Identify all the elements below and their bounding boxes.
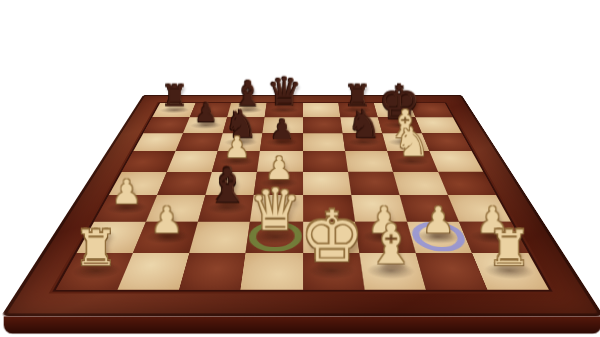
square-c1[interactable] (179, 253, 246, 290)
white-rook-a1[interactable]: ♜ (49, 224, 141, 273)
white-bishop-f1[interactable]: ♝ (345, 218, 437, 273)
square-g5[interactable]: ♞ (387, 151, 438, 171)
chess-game-scene: ♜♝♛♜♟♚♞♟♞♝♟♞♟♟♝♟♛♟♟♟♜♚♝♜ (0, 0, 600, 337)
board-front-edge (4, 316, 600, 333)
square-b2[interactable]: ♟ (133, 222, 198, 253)
square-f4[interactable] (348, 172, 400, 195)
white-rook-h1[interactable]: ♜ (464, 224, 556, 273)
white-knight-g5[interactable]: ♞ (378, 122, 446, 162)
square-f1[interactable]: ♝ (359, 253, 426, 290)
square-g4[interactable] (393, 172, 448, 195)
chess-board: ♜♝♛♜♟♚♞♟♞♝♟♞♟♟♝♟♛♟♟♟♜♚♝♜ (1, 95, 600, 316)
